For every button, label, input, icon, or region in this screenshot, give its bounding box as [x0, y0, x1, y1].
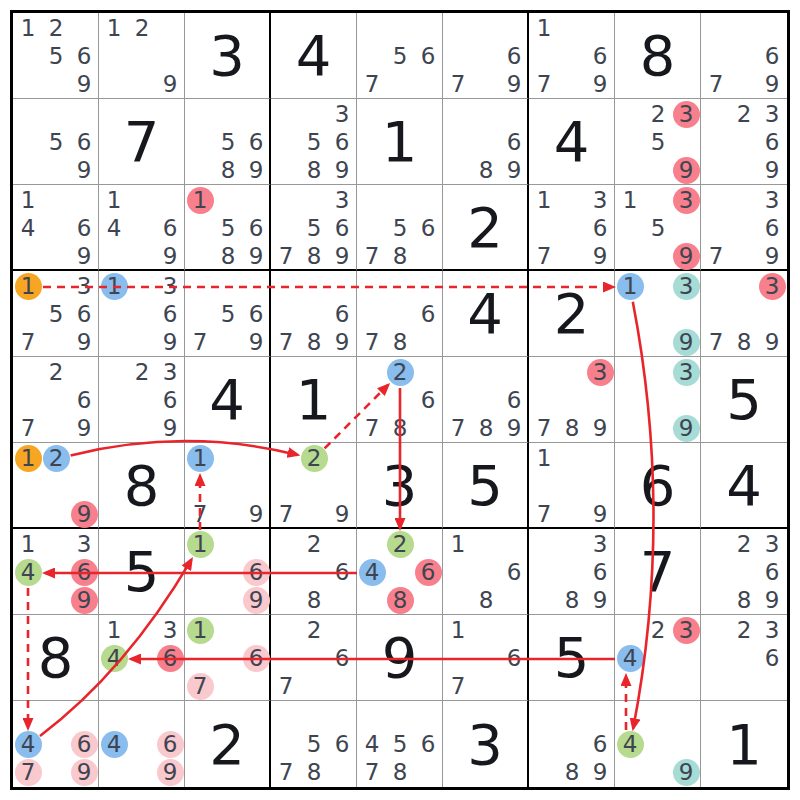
candidate-7: 7 [531, 243, 558, 270]
cell-r9c5[interactable]: 45678 [357, 701, 443, 787]
solved-digit: 5 [529, 615, 614, 700]
cell-r2c7[interactable]: 4 [529, 99, 615, 185]
candidate-5: 5 [301, 129, 328, 156]
candidate-1: 1 [531, 187, 558, 214]
candidate-6: 6 [329, 129, 356, 156]
candidate-2: 2 [129, 15, 156, 42]
candidate-9: 9 [157, 415, 184, 442]
candidate-1: 1 [445, 531, 472, 558]
candidate-3: 3 [157, 273, 184, 300]
candidate-1-red-circle: 1 [187, 187, 214, 214]
candidate-6: 6 [329, 215, 356, 242]
candidate-6: 6 [415, 215, 442, 242]
candidate-6: 6 [501, 129, 528, 156]
cell-r7c3[interactable]: 169 [185, 529, 271, 615]
cell-r5c3[interactable]: 4 [185, 357, 271, 443]
candidate-8: 8 [387, 415, 414, 442]
candidate-3: 3 [329, 187, 356, 214]
candidate-7: 7 [445, 673, 472, 700]
solved-digit: 2 [529, 271, 614, 356]
candidate-2: 2 [731, 531, 758, 558]
cell-r9c2[interactable]: 469 [99, 701, 185, 787]
cell-r7c4[interactable]: 268 [271, 529, 357, 615]
cell-r6c1[interactable]: 129 [13, 443, 99, 529]
candidate-9: 9 [157, 71, 184, 98]
candidate-5: 5 [43, 43, 70, 70]
candidate-3-red-circle: 3 [673, 187, 700, 214]
candidate-9: 9 [587, 501, 614, 528]
candidate-9: 9 [587, 243, 614, 270]
candidate-9: 9 [329, 329, 356, 356]
candidate-6: 6 [415, 301, 442, 328]
cell-r8c4[interactable]: 267 [271, 615, 357, 701]
solved-digit: 3 [357, 443, 442, 527]
candidate-7: 7 [187, 329, 214, 356]
candidate-3: 3 [157, 617, 184, 644]
cell-r5c7[interactable]: 3789 [529, 357, 615, 443]
cell-r5c6[interactable]: 6789 [443, 357, 529, 443]
candidate-7-pink-circle: 7 [15, 759, 42, 786]
cell-r3c4[interactable]: 356789 [271, 185, 357, 271]
cell-r8c8[interactable]: 234 [615, 615, 701, 701]
cell-r9c1[interactable]: 4679 [13, 701, 99, 787]
candidate-1: 1 [101, 187, 128, 214]
candidate-3: 3 [329, 101, 356, 128]
candidate-4-green-circle: 4 [617, 731, 644, 758]
candidate-7: 7 [273, 759, 300, 786]
candidate-7: 7 [15, 415, 42, 442]
candidate-1: 1 [617, 187, 644, 214]
cell-r1c4[interactable]: 4 [271, 13, 357, 99]
cell-r3c1[interactable]: 1469 [13, 185, 99, 271]
cell-r6c3[interactable]: 179 [185, 443, 271, 529]
candidate-6: 6 [243, 215, 270, 242]
candidate-4: 4 [15, 215, 42, 242]
candidate-9: 9 [587, 587, 614, 614]
candidate-6: 6 [71, 387, 98, 414]
cell-r2c4[interactable]: 35689 [271, 99, 357, 185]
candidate-6: 6 [415, 731, 442, 758]
candidate-6: 6 [587, 731, 614, 758]
candidate-6: 6 [759, 43, 786, 70]
candidate-3: 3 [587, 531, 614, 558]
candidate-3-red-circle: 3 [673, 617, 700, 644]
solved-digit: 8 [615, 13, 700, 98]
candidate-6: 6 [157, 387, 184, 414]
cell-r9c4[interactable]: 5678 [271, 701, 357, 787]
candidate-3-red-circle: 3 [587, 359, 614, 386]
candidate-7: 7 [359, 415, 386, 442]
cell-r2c3[interactable]: 5689 [185, 99, 271, 185]
candidate-9: 9 [243, 157, 270, 184]
solved-digit: 6 [615, 443, 700, 527]
candidate-2: 2 [731, 101, 758, 128]
candidate-7: 7 [445, 71, 472, 98]
candidate-2: 2 [645, 617, 672, 644]
candidate-6: 6 [329, 645, 356, 672]
candidate-6: 6 [329, 559, 356, 586]
cell-r8c5[interactable]: 9 [357, 615, 443, 701]
candidate-8: 8 [387, 759, 414, 786]
candidate-6-pink-circle: 6 [243, 645, 270, 672]
candidate-1-blue-circle: 1 [617, 273, 644, 300]
cell-r9c9[interactable]: 1 [701, 701, 787, 787]
candidate-6-red-circle: 6 [71, 559, 98, 586]
cell-r5c1[interactable]: 2679 [13, 357, 99, 443]
cell-r9c3[interactable]: 2 [185, 701, 271, 787]
candidate-1: 1 [15, 531, 42, 558]
candidate-9: 9 [759, 587, 786, 614]
solved-digit: 1 [271, 357, 356, 442]
cell-r2c2[interactable]: 7 [99, 99, 185, 185]
cell-r5c9[interactable]: 5 [701, 357, 787, 443]
candidate-2: 2 [43, 15, 70, 42]
cell-r7c2[interactable]: 5 [99, 529, 185, 615]
candidate-6: 6 [587, 559, 614, 586]
cell-r6c5[interactable]: 3 [357, 443, 443, 529]
cell-r3c5[interactable]: 5678 [357, 185, 443, 271]
candidate-9: 9 [329, 157, 356, 184]
candidate-9-red-circle: 9 [673, 157, 700, 184]
solved-digit: 5 [99, 529, 184, 614]
solved-digit: 4 [271, 13, 356, 98]
solved-digit: 4 [443, 271, 527, 356]
cell-r4c2[interactable]: 1369 [99, 271, 185, 357]
candidate-8: 8 [559, 587, 586, 614]
candidate-4-blue-circle: 4 [101, 731, 128, 758]
cell-r1c9[interactable]: 679 [701, 13, 787, 99]
cell-r7c8[interactable]: 7 [615, 529, 701, 615]
candidate-6-red-circle: 6 [415, 559, 442, 586]
candidate-5: 5 [645, 129, 672, 156]
cell-r5c8[interactable]: 39 [615, 357, 701, 443]
cell-r8c1[interactable]: 8 [13, 615, 99, 701]
candidate-5: 5 [301, 731, 328, 758]
candidate-7: 7 [531, 71, 558, 98]
cell-r9c8[interactable]: 49 [615, 701, 701, 787]
candidate-6: 6 [157, 215, 184, 242]
sudoku-board: 1256912934567679167986795697568935689168… [10, 10, 790, 790]
candidate-3: 3 [71, 531, 98, 558]
cell-r7c6[interactable]: 168 [443, 529, 529, 615]
candidate-6: 6 [329, 731, 356, 758]
candidate-6: 6 [501, 559, 528, 586]
cell-r1c5[interactable]: 567 [357, 13, 443, 99]
candidate-1-orange-circle: 1 [15, 445, 42, 472]
solved-digit: 4 [701, 443, 787, 527]
candidate-7: 7 [359, 243, 386, 270]
candidate-3: 3 [587, 187, 614, 214]
candidate-9: 9 [329, 501, 356, 528]
cell-r1c3[interactable]: 3 [185, 13, 271, 99]
candidate-1-green-circle: 1 [187, 617, 214, 644]
cell-r1c7[interactable]: 1679 [529, 13, 615, 99]
candidate-9: 9 [501, 157, 528, 184]
candidate-2-blue-circle: 2 [43, 445, 70, 472]
candidate-5: 5 [645, 215, 672, 242]
cell-r6c7[interactable]: 179 [529, 443, 615, 529]
candidate-6: 6 [501, 645, 528, 672]
candidate-9-teal-circle: 9 [673, 329, 700, 356]
solved-digit: 7 [615, 529, 700, 614]
cell-r6c6[interactable]: 5 [443, 443, 529, 529]
candidate-9: 9 [501, 415, 528, 442]
candidate-2-green-circle: 2 [301, 445, 328, 472]
solved-digit: 8 [99, 443, 184, 527]
candidate-3: 3 [71, 273, 98, 300]
candidate-9-red-circle: 9 [71, 587, 98, 614]
candidate-7: 7 [445, 415, 472, 442]
candidate-3-red-circle: 3 [759, 273, 786, 300]
cell-r8c6[interactable]: 167 [443, 615, 529, 701]
solved-digit: 4 [529, 99, 614, 184]
candidate-6: 6 [759, 559, 786, 586]
candidate-8: 8 [387, 243, 414, 270]
candidate-3: 3 [157, 359, 184, 386]
candidate-7-pink-circle: 7 [187, 673, 214, 700]
candidate-9: 9 [587, 759, 614, 786]
solved-digit: 5 [701, 357, 787, 442]
cell-r4c8[interactable]: 139 [615, 271, 701, 357]
candidate-6: 6 [415, 43, 442, 70]
cell-r4c9[interactable]: 3789 [701, 271, 787, 357]
candidate-3-teal-circle: 3 [673, 359, 700, 386]
cell-r6c2[interactable]: 8 [99, 443, 185, 529]
solved-digit: 4 [185, 357, 269, 442]
candidate-7: 7 [15, 329, 42, 356]
cell-r6c8[interactable]: 6 [615, 443, 701, 529]
candidate-9: 9 [71, 415, 98, 442]
candidate-9: 9 [243, 329, 270, 356]
cell-r9c7[interactable]: 689 [529, 701, 615, 787]
solved-digit: 2 [185, 701, 269, 787]
candidate-9-pink-circle: 9 [71, 759, 98, 786]
candidate-4-green-circle: 4 [101, 645, 128, 672]
candidate-9-red-circle: 9 [673, 243, 700, 270]
candidate-5: 5 [387, 215, 414, 242]
candidate-7: 7 [359, 759, 386, 786]
cell-r4c7[interactable]: 2 [529, 271, 615, 357]
candidate-7: 7 [273, 329, 300, 356]
candidate-9: 9 [243, 243, 270, 270]
candidate-1-green-circle: 1 [187, 531, 214, 558]
cell-r3c8[interactable]: 1359 [615, 185, 701, 271]
candidate-9-pink-circle: 9 [157, 759, 184, 786]
candidate-5: 5 [215, 301, 242, 328]
candidate-2: 2 [43, 359, 70, 386]
candidate-2: 2 [301, 531, 328, 558]
cell-r1c6[interactable]: 679 [443, 13, 529, 99]
candidate-1: 1 [445, 617, 472, 644]
candidate-9: 9 [759, 329, 786, 356]
candidate-9: 9 [71, 71, 98, 98]
cell-r1c1[interactable]: 12569 [13, 13, 99, 99]
solved-digit: 1 [357, 99, 442, 184]
cell-r2c8[interactable]: 2359 [615, 99, 701, 185]
candidate-8: 8 [559, 759, 586, 786]
candidate-9-red-circle: 9 [71, 501, 98, 528]
cell-r4c6[interactable]: 4 [443, 271, 529, 357]
candidate-8-red-circle: 8 [387, 587, 414, 614]
candidate-9: 9 [157, 329, 184, 356]
candidate-7: 7 [359, 71, 386, 98]
candidate-8: 8 [731, 587, 758, 614]
candidate-4-green-circle: 4 [15, 559, 42, 586]
solved-digit: 3 [185, 13, 269, 98]
candidate-9: 9 [759, 157, 786, 184]
cell-r5c5[interactable]: 2678 [357, 357, 443, 443]
cell-r3c7[interactable]: 13679 [529, 185, 615, 271]
candidate-9: 9 [157, 243, 184, 270]
candidate-3: 3 [759, 617, 786, 644]
candidate-2: 2 [129, 359, 156, 386]
candidate-6: 6 [71, 301, 98, 328]
candidate-6: 6 [501, 387, 528, 414]
cell-r8c3[interactable]: 167 [185, 615, 271, 701]
cell-r7c1[interactable]: 13469 [13, 529, 99, 615]
cell-r2c1[interactable]: 569 [13, 99, 99, 185]
cell-r7c9[interactable]: 23689 [701, 529, 787, 615]
candidate-9-teal-circle: 9 [673, 759, 700, 786]
candidate-9: 9 [759, 243, 786, 270]
candidate-8: 8 [301, 759, 328, 786]
candidate-6: 6 [243, 301, 270, 328]
candidate-7: 7 [531, 501, 558, 528]
solved-digit: 8 [13, 615, 98, 700]
candidate-3-teal-circle: 3 [673, 273, 700, 300]
cell-r3c6[interactable]: 2 [443, 185, 529, 271]
candidate-3: 3 [759, 101, 786, 128]
solved-digit: 3 [443, 701, 527, 787]
candidate-1: 1 [531, 15, 558, 42]
candidate-8: 8 [301, 243, 328, 270]
candidate-7: 7 [187, 501, 214, 528]
candidate-6-pink-circle: 6 [243, 559, 270, 586]
cell-r4c5[interactable]: 678 [357, 271, 443, 357]
candidate-7: 7 [703, 243, 730, 270]
cell-r9c6[interactable]: 3 [443, 701, 529, 787]
cell-r8c9[interactable]: 236 [701, 615, 787, 701]
candidate-3-red-circle: 3 [673, 101, 700, 128]
cell-r7c7[interactable]: 3689 [529, 529, 615, 615]
candidate-7: 7 [703, 71, 730, 98]
cell-r2c5[interactable]: 1 [357, 99, 443, 185]
candidate-8: 8 [215, 157, 242, 184]
candidate-8: 8 [473, 415, 500, 442]
candidate-6-pink-circle: 6 [71, 731, 98, 758]
candidate-8: 8 [473, 587, 500, 614]
candidate-4-blue-circle: 4 [15, 731, 42, 758]
candidate-6: 6 [71, 215, 98, 242]
candidate-2: 2 [645, 101, 672, 128]
cell-r2c9[interactable]: 2369 [701, 99, 787, 185]
cell-r3c3[interactable]: 15689 [185, 185, 271, 271]
candidate-8: 8 [559, 415, 586, 442]
cell-r3c9[interactable]: 3679 [701, 185, 787, 271]
candidate-6: 6 [243, 129, 270, 156]
cell-r4c3[interactable]: 5679 [185, 271, 271, 357]
candidate-6: 6 [71, 129, 98, 156]
candidate-7: 7 [273, 501, 300, 528]
cell-r6c9[interactable]: 4 [701, 443, 787, 529]
candidate-5: 5 [387, 731, 414, 758]
solved-digit: 7 [99, 99, 184, 184]
solved-digit: 2 [443, 185, 527, 269]
solved-digit: 1 [701, 701, 787, 787]
candidate-7: 7 [531, 415, 558, 442]
candidate-4-blue-circle: 4 [359, 559, 386, 586]
solved-digit: 5 [443, 443, 527, 527]
cell-r5c4[interactable]: 1 [271, 357, 357, 443]
candidate-6: 6 [157, 301, 184, 328]
candidate-1: 1 [531, 445, 558, 472]
candidate-6: 6 [501, 43, 528, 70]
cell-r1c8[interactable]: 8 [615, 13, 701, 99]
candidate-2: 2 [301, 617, 328, 644]
candidate-5: 5 [215, 215, 242, 242]
candidate-9: 9 [71, 329, 98, 356]
candidate-5: 5 [43, 129, 70, 156]
candidate-1: 1 [101, 617, 128, 644]
sudoku-app: 1256912934567679167986795697568935689168… [0, 0, 800, 800]
candidate-9: 9 [71, 157, 98, 184]
candidate-2-blue-circle: 2 [387, 359, 414, 386]
candidate-9: 9 [243, 501, 270, 528]
cell-r8c7[interactable]: 5 [529, 615, 615, 701]
candidate-5: 5 [301, 215, 328, 242]
cell-r1c2[interactable]: 129 [99, 13, 185, 99]
candidate-9: 9 [759, 71, 786, 98]
cell-r4c4[interactable]: 6789 [271, 271, 357, 357]
candidate-6: 6 [71, 43, 98, 70]
candidate-6-red-circle: 6 [157, 645, 184, 672]
candidate-1-orange-circle: 1 [15, 273, 42, 300]
cell-r3c2[interactable]: 1469 [99, 185, 185, 271]
cell-r8c2[interactable]: 1346 [99, 615, 185, 701]
candidate-6: 6 [759, 215, 786, 242]
candidate-8: 8 [731, 329, 758, 356]
candidate-1: 1 [15, 15, 42, 42]
candidate-3: 3 [759, 187, 786, 214]
candidate-9: 9 [329, 243, 356, 270]
cell-r4c1[interactable]: 135679 [13, 271, 99, 357]
candidate-4-blue-circle: 4 [617, 645, 644, 672]
candidate-8: 8 [387, 329, 414, 356]
candidate-5: 5 [43, 301, 70, 328]
candidate-9-teal-circle: 9 [673, 415, 700, 442]
candidate-3: 3 [759, 531, 786, 558]
candidate-5: 5 [215, 129, 242, 156]
candidate-9: 9 [71, 243, 98, 270]
candidate-6-pink-circle: 6 [157, 731, 184, 758]
candidate-4: 4 [359, 731, 386, 758]
candidate-9: 9 [587, 415, 614, 442]
cell-r6c4[interactable]: 279 [271, 443, 357, 529]
candidate-6: 6 [759, 129, 786, 156]
candidate-2: 2 [731, 617, 758, 644]
candidate-6: 6 [415, 387, 442, 414]
cell-r7c5[interactable]: 2468 [357, 529, 443, 615]
cell-r5c2[interactable]: 2369 [99, 357, 185, 443]
candidate-2-green-circle: 2 [387, 531, 414, 558]
candidate-6: 6 [759, 645, 786, 672]
candidate-9: 9 [501, 71, 528, 98]
candidate-8: 8 [215, 243, 242, 270]
candidate-1-blue-circle: 1 [101, 273, 128, 300]
candidate-5: 5 [387, 43, 414, 70]
cell-r2c6[interactable]: 689 [443, 99, 529, 185]
candidate-1: 1 [101, 15, 128, 42]
